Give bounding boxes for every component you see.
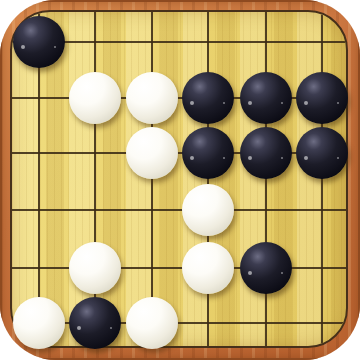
black-stone [296,72,348,124]
white-stone [13,297,65,349]
black-stone [182,127,234,179]
grid-line-vertical [265,12,267,346]
white-stone [182,184,234,236]
grid-line-horizontal [12,267,346,269]
grid-line-vertical [321,12,323,346]
grid-line-horizontal [12,209,346,211]
white-stone [126,127,178,179]
white-stone [126,72,178,124]
white-stone [69,242,121,294]
grid-line-vertical [94,12,96,346]
white-stone [182,242,234,294]
black-stone [240,127,292,179]
black-stone [182,72,234,124]
black-stone [69,297,121,349]
grid-line-vertical [207,12,209,346]
go-app-icon[interactable] [0,0,360,360]
black-stone [240,72,292,124]
white-stone [69,72,121,124]
black-stone [13,16,65,68]
black-stone [240,242,292,294]
black-stone [296,127,348,179]
page-background [0,0,360,360]
go-board[interactable] [10,10,348,348]
grid-line-vertical [151,12,153,346]
white-stone [126,297,178,349]
